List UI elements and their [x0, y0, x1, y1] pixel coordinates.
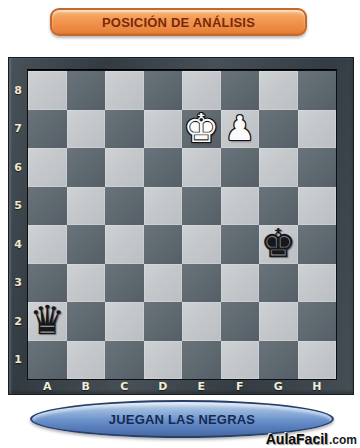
file-label-e: E: [182, 379, 221, 393]
rank-label-4: 4: [10, 225, 26, 264]
watermark-brand: AulaFacil: [266, 431, 328, 447]
square-d2[interactable]: [144, 302, 183, 341]
square-g3[interactable]: [259, 264, 298, 303]
square-b4[interactable]: [67, 225, 106, 264]
white-king[interactable]: ♚: [183, 108, 219, 148]
square-a4[interactable]: [28, 225, 67, 264]
file-label-h: H: [298, 379, 337, 393]
square-e6[interactable]: [182, 148, 221, 187]
square-b8[interactable]: [67, 71, 106, 110]
square-e4[interactable]: [182, 225, 221, 264]
square-g4[interactable]: ♚: [259, 225, 298, 264]
square-g1[interactable]: [259, 341, 298, 380]
square-a1[interactable]: [28, 341, 67, 380]
square-e8[interactable]: [182, 71, 221, 110]
rank-label-3: 3: [10, 264, 26, 303]
square-g8[interactable]: [259, 71, 298, 110]
square-f8[interactable]: [221, 71, 260, 110]
title-banner: POSICIÓN DE ANÁLISIS: [50, 8, 307, 36]
square-c5[interactable]: [105, 187, 144, 226]
square-d3[interactable]: [144, 264, 183, 303]
square-c6[interactable]: [105, 148, 144, 187]
square-d8[interactable]: [144, 71, 183, 110]
file-label-b: B: [67, 379, 106, 393]
file-label-c: C: [105, 379, 144, 393]
square-a3[interactable]: [28, 264, 67, 303]
turn-banner-label: JUEGAN LAS NEGRAS: [109, 412, 255, 427]
square-b7[interactable]: [67, 110, 106, 149]
square-g7[interactable]: [259, 110, 298, 149]
chess-board: ♚♟♚♛: [27, 70, 337, 380]
square-h3[interactable]: [298, 264, 337, 303]
square-g5[interactable]: [259, 187, 298, 226]
rank-label-6: 6: [10, 148, 26, 187]
square-b6[interactable]: [67, 148, 106, 187]
square-a6[interactable]: [28, 148, 67, 187]
square-d6[interactable]: [144, 148, 183, 187]
square-c4[interactable]: [105, 225, 144, 264]
watermark: AulaFacil .com: [266, 431, 357, 447]
square-f1[interactable]: [221, 341, 260, 380]
rank-label-8: 8: [10, 71, 26, 110]
watermark-tld: .com: [329, 433, 357, 447]
square-b1[interactable]: [67, 341, 106, 380]
square-b2[interactable]: [67, 302, 106, 341]
square-h5[interactable]: [298, 187, 337, 226]
square-h6[interactable]: [298, 148, 337, 187]
square-c8[interactable]: [105, 71, 144, 110]
square-e2[interactable]: [182, 302, 221, 341]
rank-label-2: 2: [10, 302, 26, 341]
square-d5[interactable]: [144, 187, 183, 226]
black-king[interactable]: ♚: [260, 223, 296, 263]
square-f4[interactable]: [221, 225, 260, 264]
square-b3[interactable]: [67, 264, 106, 303]
square-c7[interactable]: [105, 110, 144, 149]
square-f3[interactable]: [221, 264, 260, 303]
title-banner-label: POSICIÓN DE ANÁLISIS: [102, 15, 255, 30]
rank-label-5: 5: [10, 187, 26, 226]
square-c2[interactable]: [105, 302, 144, 341]
file-label-a: A: [28, 379, 67, 393]
square-h2[interactable]: [298, 302, 337, 341]
square-d4[interactable]: [144, 225, 183, 264]
square-e3[interactable]: [182, 264, 221, 303]
square-e5[interactable]: [182, 187, 221, 226]
black-queen[interactable]: ♛: [29, 300, 65, 340]
square-c3[interactable]: [105, 264, 144, 303]
square-d7[interactable]: [144, 110, 183, 149]
chess-board-frame: ♚♟♚♛ 87654321ABCDEFGH: [8, 57, 354, 395]
square-h7[interactable]: [298, 110, 337, 149]
square-b5[interactable]: [67, 187, 106, 226]
square-e1[interactable]: [182, 341, 221, 380]
white-pawn[interactable]: ♟: [225, 111, 255, 145]
square-a8[interactable]: [28, 71, 67, 110]
file-label-g: G: [259, 379, 298, 393]
square-f2[interactable]: [221, 302, 260, 341]
square-f5[interactable]: [221, 187, 260, 226]
square-g6[interactable]: [259, 148, 298, 187]
square-g2[interactable]: [259, 302, 298, 341]
square-h8[interactable]: [298, 71, 337, 110]
file-label-f: F: [221, 379, 260, 393]
rank-label-1: 1: [10, 341, 26, 380]
square-h4[interactable]: [298, 225, 337, 264]
square-f7[interactable]: ♟: [221, 110, 260, 149]
square-c1[interactable]: [105, 341, 144, 380]
file-label-d: D: [144, 379, 183, 393]
square-d1[interactable]: [144, 341, 183, 380]
square-f6[interactable]: [221, 148, 260, 187]
rank-label-7: 7: [10, 110, 26, 149]
square-a2[interactable]: ♛: [28, 302, 67, 341]
square-a5[interactable]: [28, 187, 67, 226]
square-e7[interactable]: ♚: [182, 110, 221, 149]
square-h1[interactable]: [298, 341, 337, 380]
square-a7[interactable]: [28, 110, 67, 149]
